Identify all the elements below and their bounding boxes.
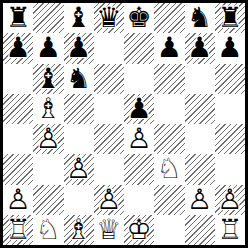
piece-fill-backing: ♟ <box>124 94 154 124</box>
piece-white-rook: ♖ <box>3 215 33 245</box>
piece-fill-backing: ♞ <box>33 215 63 245</box>
square-e7[interactable] <box>124 33 154 63</box>
piece-fill-backing: ♟ <box>33 124 63 154</box>
square-c4[interactable] <box>64 124 94 154</box>
square-f4[interactable] <box>154 124 184 154</box>
square-g5[interactable] <box>185 94 215 124</box>
square-f2[interactable] <box>154 185 184 215</box>
square-a6[interactable] <box>3 64 33 94</box>
square-a7[interactable]: ♟♟ <box>3 33 33 63</box>
piece-white-pawn: ♙ <box>64 154 94 184</box>
square-a8[interactable]: ♜♜ <box>3 3 33 33</box>
piece-black-bishop: ♝ <box>33 64 63 94</box>
piece-fill-backing: ♟ <box>215 185 245 215</box>
piece-white-pawn: ♙ <box>124 124 154 154</box>
square-b1[interactable]: ♞♘ <box>33 215 63 245</box>
square-a2[interactable]: ♟♙ <box>3 185 33 215</box>
piece-fill-backing: ♝ <box>64 215 94 245</box>
piece-white-rook: ♖ <box>215 215 245 245</box>
piece-fill-backing: ♟ <box>124 124 154 154</box>
square-g6[interactable] <box>185 64 215 94</box>
square-a1[interactable]: ♜♖ <box>3 215 33 245</box>
square-b7[interactable]: ♟♟ <box>33 33 63 63</box>
square-a3[interactable] <box>3 154 33 184</box>
square-f5[interactable] <box>154 94 184 124</box>
square-g3[interactable] <box>185 154 215 184</box>
piece-white-knight: ♘ <box>33 215 63 245</box>
piece-white-pawn: ♙ <box>215 185 245 215</box>
square-d3[interactable] <box>94 154 124 184</box>
piece-fill-backing: ♝ <box>33 64 63 94</box>
piece-fill-backing: ♟ <box>215 33 245 63</box>
piece-black-pawn: ♟ <box>33 33 63 63</box>
piece-black-rook: ♜ <box>3 3 33 33</box>
piece-white-pawn: ♙ <box>3 185 33 215</box>
square-f3[interactable]: ♞♘ <box>154 154 184 184</box>
square-f8[interactable] <box>154 3 184 33</box>
square-b3[interactable] <box>33 154 63 184</box>
piece-black-pawn: ♟ <box>3 33 33 63</box>
piece-black-king: ♚ <box>124 3 154 33</box>
square-h5[interactable] <box>215 94 245 124</box>
square-h6[interactable] <box>215 64 245 94</box>
piece-black-queen: ♛ <box>94 3 124 33</box>
piece-black-knight: ♞ <box>64 64 94 94</box>
square-h2[interactable]: ♟♙ <box>215 185 245 215</box>
square-c8[interactable]: ♝♝ <box>64 3 94 33</box>
square-c3[interactable]: ♟♙ <box>64 154 94 184</box>
piece-fill-backing: ♜ <box>215 215 245 245</box>
square-e1[interactable]: ♚♔ <box>124 215 154 245</box>
square-e6[interactable] <box>124 64 154 94</box>
square-c2[interactable] <box>64 185 94 215</box>
piece-black-pawn: ♟ <box>124 94 154 124</box>
piece-white-queen: ♕ <box>94 215 124 245</box>
piece-fill-backing: ♞ <box>185 3 215 33</box>
piece-white-pawn: ♙ <box>33 124 63 154</box>
square-c5[interactable] <box>64 94 94 124</box>
square-b4[interactable]: ♟♙ <box>33 124 63 154</box>
square-f6[interactable] <box>154 64 184 94</box>
piece-fill-backing: ♜ <box>215 3 245 33</box>
square-d7[interactable] <box>94 33 124 63</box>
piece-fill-backing: ♟ <box>64 154 94 184</box>
square-c1[interactable]: ♝♗ <box>64 215 94 245</box>
square-d2[interactable]: ♟♙ <box>94 185 124 215</box>
piece-black-pawn: ♟ <box>185 33 215 63</box>
piece-black-bishop: ♝ <box>64 3 94 33</box>
square-e2[interactable] <box>124 185 154 215</box>
square-a4[interactable] <box>3 124 33 154</box>
square-g1[interactable] <box>185 215 215 245</box>
piece-fill-backing: ♛ <box>94 215 124 245</box>
piece-fill-backing: ♝ <box>33 94 63 124</box>
square-d5[interactable] <box>94 94 124 124</box>
piece-fill-backing: ♟ <box>154 33 184 63</box>
piece-fill-backing: ♛ <box>94 3 124 33</box>
square-g2[interactable]: ♟♙ <box>185 185 215 215</box>
piece-fill-backing: ♟ <box>33 33 63 63</box>
square-f1[interactable] <box>154 215 184 245</box>
piece-fill-backing: ♚ <box>124 3 154 33</box>
square-b5[interactable]: ♝♗ <box>33 94 63 124</box>
square-g4[interactable] <box>185 124 215 154</box>
piece-fill-backing: ♟ <box>3 33 33 63</box>
square-b2[interactable] <box>33 185 63 215</box>
square-e8[interactable]: ♚♚ <box>124 3 154 33</box>
piece-fill-backing: ♟ <box>94 185 124 215</box>
piece-fill-backing: ♚ <box>124 215 154 245</box>
square-b6[interactable]: ♝♝ <box>33 64 63 94</box>
piece-fill-backing: ♟ <box>3 185 33 215</box>
chess-diagram: ♜♜♝♝♛♛♚♚♞♞♜♜♟♟♟♟♟♟♟♟♟♟♟♟♝♝♞♞♝♗♟♟♟♙♟♙♟♙♞♘… <box>0 0 250 250</box>
square-a5[interactable] <box>3 94 33 124</box>
square-f7[interactable]: ♟♟ <box>154 33 184 63</box>
square-h1[interactable]: ♜♖ <box>215 215 245 245</box>
square-h7[interactable]: ♟♟ <box>215 33 245 63</box>
square-h3[interactable] <box>215 154 245 184</box>
piece-fill-backing: ♟ <box>185 185 215 215</box>
piece-fill-backing: ♜ <box>3 215 33 245</box>
piece-black-rook: ♜ <box>215 3 245 33</box>
piece-black-pawn: ♟ <box>215 33 245 63</box>
piece-white-knight: ♘ <box>154 154 184 184</box>
piece-fill-backing: ♞ <box>154 154 184 184</box>
square-h8[interactable]: ♜♜ <box>215 3 245 33</box>
piece-fill-backing: ♟ <box>64 33 94 63</box>
piece-fill-backing: ♟ <box>185 33 215 63</box>
square-c7[interactable]: ♟♟ <box>64 33 94 63</box>
square-d1[interactable]: ♛♕ <box>94 215 124 245</box>
piece-fill-backing: ♝ <box>64 3 94 33</box>
square-h4[interactable] <box>215 124 245 154</box>
square-e3[interactable] <box>124 154 154 184</box>
piece-black-knight: ♞ <box>185 3 215 33</box>
square-g8[interactable]: ♞♞ <box>185 3 215 33</box>
square-g7[interactable]: ♟♟ <box>185 33 215 63</box>
piece-white-king: ♔ <box>124 215 154 245</box>
piece-black-pawn: ♟ <box>64 33 94 63</box>
piece-fill-backing: ♜ <box>3 3 33 33</box>
square-c6[interactable]: ♞♞ <box>64 64 94 94</box>
square-d4[interactable] <box>94 124 124 154</box>
piece-white-pawn: ♙ <box>185 185 215 215</box>
chess-board[interactable]: ♜♜♝♝♛♛♚♚♞♞♜♜♟♟♟♟♟♟♟♟♟♟♟♟♝♝♞♞♝♗♟♟♟♙♟♙♟♙♞♘… <box>0 0 248 248</box>
piece-white-bishop: ♗ <box>64 215 94 245</box>
piece-white-pawn: ♙ <box>94 185 124 215</box>
piece-black-pawn: ♟ <box>154 33 184 63</box>
square-b8[interactable] <box>33 3 63 33</box>
square-e4[interactable]: ♟♙ <box>124 124 154 154</box>
piece-fill-backing: ♞ <box>64 64 94 94</box>
square-e5[interactable]: ♟♟ <box>124 94 154 124</box>
piece-white-bishop: ♗ <box>33 94 63 124</box>
square-d8[interactable]: ♛♛ <box>94 3 124 33</box>
square-d6[interactable] <box>94 64 124 94</box>
